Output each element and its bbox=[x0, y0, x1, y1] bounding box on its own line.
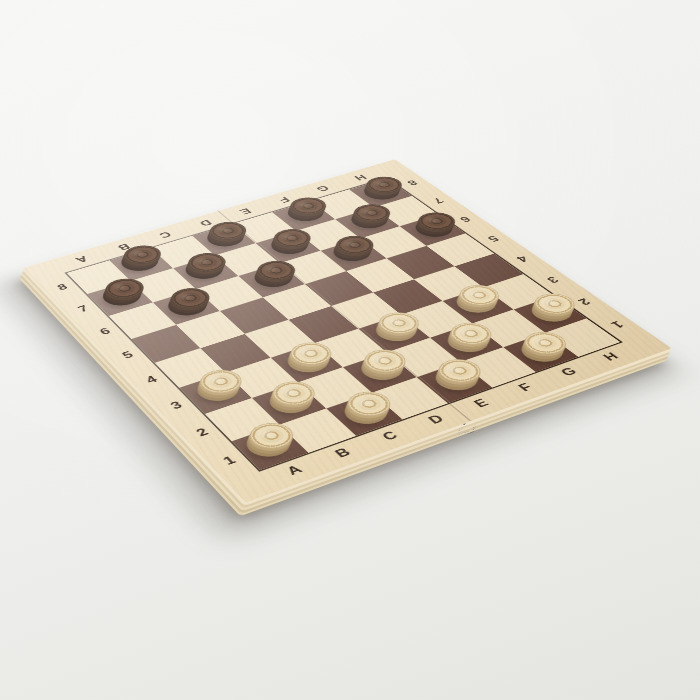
board-top-face: AA11BB22CC33DD44EE55FF66GG77HH88 bbox=[24, 159, 672, 502]
checkers-board: AA11BB22CC33DD44EE55FF66GG77HH88 bbox=[24, 159, 672, 502]
photo-scene: AA11BB22CC33DD44EE55FF66GG77HH88 bbox=[0, 0, 700, 700]
light-checker-e1[interactable] bbox=[426, 366, 484, 398]
